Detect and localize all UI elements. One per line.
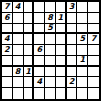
- cell-r4c4-empty[interactable]: [34, 34, 45, 45]
- cell-r9c5-empty[interactable]: [45, 88, 56, 99]
- cell-r8c9-empty[interactable]: [88, 77, 99, 88]
- cell-r6c8-given-1: 1: [77, 56, 88, 67]
- cell-r2c9-empty[interactable]: [88, 13, 99, 24]
- cell-r9c6-empty[interactable]: [56, 88, 67, 99]
- cell-r3c8-empty[interactable]: [77, 24, 88, 35]
- cell-r7c4-empty[interactable]: [34, 67, 45, 78]
- cell-r9c1-empty[interactable]: [2, 88, 13, 99]
- cell-r6c9-empty[interactable]: [88, 56, 99, 67]
- cell-r4c2-empty[interactable]: [13, 34, 24, 45]
- cell-r5c9-empty[interactable]: [88, 45, 99, 56]
- cell-r2c2-empty[interactable]: [13, 13, 24, 24]
- cell-r2c6-given-1: 1: [56, 13, 67, 24]
- cell-r3c7-empty[interactable]: [67, 24, 78, 35]
- cell-r2c5-given-8: 8: [45, 13, 56, 24]
- cell-r1c1-given-7: 7: [2, 2, 13, 13]
- cell-r3c4-empty[interactable]: [34, 24, 45, 35]
- cell-r4c1-given-4: 4: [2, 34, 13, 45]
- cell-r4c7-empty[interactable]: [67, 34, 78, 45]
- cell-r1c4-empty[interactable]: [34, 2, 45, 13]
- cell-r5c3-empty[interactable]: [24, 45, 35, 56]
- cell-r5c4-given-6: 6: [34, 45, 45, 56]
- cell-r6c6-empty[interactable]: [56, 56, 67, 67]
- cell-r7c3-given-1: 1: [24, 67, 35, 78]
- cell-r9c7-empty[interactable]: [67, 88, 78, 99]
- cell-r9c4-empty[interactable]: [34, 88, 45, 99]
- cell-r3c5-given-5: 5: [45, 24, 56, 35]
- cell-r1c2-given-4: 4: [13, 2, 24, 13]
- cell-r5c5-empty[interactable]: [45, 45, 56, 56]
- cell-r9c2-empty[interactable]: [13, 88, 24, 99]
- cell-r8c3-empty[interactable]: [24, 77, 35, 88]
- cell-r3c6-empty[interactable]: [56, 24, 67, 35]
- cell-r7c2-given-8: 8: [13, 67, 24, 78]
- cell-r4c3-empty[interactable]: [24, 34, 35, 45]
- cell-r6c4-empty[interactable]: [34, 56, 45, 67]
- cell-r8c2-empty[interactable]: [13, 77, 24, 88]
- cell-r2c3-empty[interactable]: [24, 13, 35, 24]
- cell-r9c9-empty[interactable]: [88, 88, 99, 99]
- cell-r5c2-empty[interactable]: [13, 45, 24, 56]
- cell-r9c8-empty[interactable]: [77, 88, 88, 99]
- cell-r2c4-empty[interactable]: [34, 13, 45, 24]
- cell-r2c8-empty[interactable]: [77, 13, 88, 24]
- sudoku-board: 74368154572618142: [0, 0, 101, 101]
- cell-r2c7-empty[interactable]: [67, 13, 78, 24]
- cell-r8c1-empty[interactable]: [2, 77, 13, 88]
- cell-r6c7-empty[interactable]: [67, 56, 78, 67]
- cell-r5c6-empty[interactable]: [56, 45, 67, 56]
- cell-r6c2-empty[interactable]: [13, 56, 24, 67]
- cell-r5c1-given-2: 2: [2, 45, 13, 56]
- cell-r1c5-empty[interactable]: [45, 2, 56, 13]
- cell-r3c9-empty[interactable]: [88, 24, 99, 35]
- cell-r1c8-empty[interactable]: [77, 2, 88, 13]
- cell-r8c7-given-2: 2: [67, 77, 78, 88]
- cell-r7c1-empty[interactable]: [2, 67, 13, 78]
- cell-r8c6-empty[interactable]: [56, 77, 67, 88]
- cell-r4c9-given-7: 7: [88, 34, 99, 45]
- cell-r4c6-empty[interactable]: [56, 34, 67, 45]
- cell-r1c6-empty[interactable]: [56, 2, 67, 13]
- cell-r8c4-given-4: 4: [34, 77, 45, 88]
- cell-r5c7-empty[interactable]: [67, 45, 78, 56]
- cell-r1c3-empty[interactable]: [24, 2, 35, 13]
- cell-r1c9-empty[interactable]: [88, 2, 99, 13]
- cell-r2c1-given-6: 6: [2, 13, 13, 24]
- sudoku-puzzle: 74368154572618142: [0, 0, 101, 101]
- cell-r7c9-empty[interactable]: [88, 67, 99, 78]
- cell-r7c7-empty[interactable]: [67, 67, 78, 78]
- cell-r5c8-empty[interactable]: [77, 45, 88, 56]
- cell-r4c5-empty[interactable]: [45, 34, 56, 45]
- cell-r3c3-empty[interactable]: [24, 24, 35, 35]
- cell-r6c1-empty[interactable]: [2, 56, 13, 67]
- cell-r7c5-empty[interactable]: [45, 67, 56, 78]
- cell-r8c5-empty[interactable]: [45, 77, 56, 88]
- cell-r3c1-empty[interactable]: [2, 24, 13, 35]
- cell-r8c8-empty[interactable]: [77, 77, 88, 88]
- cell-r7c6-empty[interactable]: [56, 67, 67, 78]
- cell-r9c3-empty[interactable]: [24, 88, 35, 99]
- cell-r3c2-empty[interactable]: [13, 24, 24, 35]
- cell-r4c8-given-5: 5: [77, 34, 88, 45]
- cell-r6c5-empty[interactable]: [45, 56, 56, 67]
- cell-r6c3-empty[interactable]: [24, 56, 35, 67]
- cell-r7c8-empty[interactable]: [77, 67, 88, 78]
- cell-r1c7-given-3: 3: [67, 2, 78, 13]
